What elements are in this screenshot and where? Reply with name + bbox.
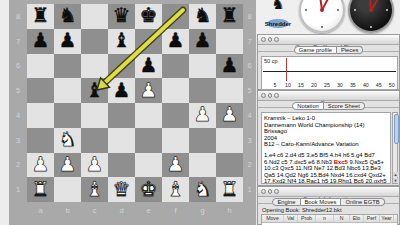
square-c4[interactable]: [81, 103, 108, 128]
column-header-perf[interactable]: Perf: [364, 215, 380, 222]
logo-text: Shredder: [265, 21, 291, 27]
white-pawn-piece[interactable]: ♟: [86, 154, 104, 174]
square-c5[interactable]: ♝: [81, 78, 108, 103]
white-queen-piece[interactable]: ♛: [113, 179, 131, 199]
x-tick-5: 5: [273, 82, 276, 88]
column-header-val[interactable]: Val: [284, 215, 298, 222]
square-c1[interactable]: ♝: [81, 177, 108, 202]
square-b6[interactable]: [54, 54, 81, 79]
white-pawn-piece[interactable]: ♟: [167, 154, 185, 174]
square-e5[interactable]: ♟: [135, 78, 162, 103]
x-tick-10: 10: [285, 82, 291, 88]
chart-x-ticks: 5101520253035404550: [262, 81, 397, 89]
square-d3[interactable]: [108, 128, 135, 153]
window-buttons[interactable]: [261, 93, 279, 98]
rank-label-4: 4: [243, 103, 256, 128]
black-rook-piece[interactable]: ♜: [221, 5, 239, 25]
square-h7[interactable]: [216, 29, 243, 54]
file-label-e: e: [135, 202, 162, 218]
square-d4[interactable]: [108, 103, 135, 128]
white-pawn-piece[interactable]: ♟: [59, 154, 77, 174]
chess-board-panel: 87654321 ♜♞♛♚♞♜♟♟♝♟♟♟♟♝♟♟♟♟♞♟♟♟♟♜♝♛♚♝♞♜ …: [9, 0, 256, 225]
knight-logo-icon: ♞: [260, 0, 296, 12]
file-label-f: f: [162, 202, 189, 218]
square-a1[interactable]: ♜: [27, 177, 54, 202]
black-knight-piece[interactable]: ♞: [194, 5, 212, 25]
x-tick-30: 30: [337, 82, 343, 88]
game-window-titlebar[interactable]: Game: [258, 91, 399, 101]
square-g7[interactable]: ♟: [189, 29, 216, 54]
square-f7[interactable]: ♟: [162, 29, 189, 54]
file-labels: abcdefgh: [27, 202, 243, 218]
square-a3[interactable]: [27, 128, 54, 153]
table-row: [262, 223, 397, 225]
black-queen-piece[interactable]: ♛: [113, 5, 131, 25]
white-knight-piece[interactable]: ♞: [194, 179, 212, 199]
rank-label-1: 1: [9, 177, 27, 202]
move-list[interactable]: 1.e4 c6 2.d4 d5 3.e5 Bf5 4.h4 h6 5.g4 Bd…: [264, 152, 388, 184]
scrollbar-thumb[interactable]: [394, 114, 400, 144]
square-c2[interactable]: ♟: [81, 153, 108, 178]
rank-label-6: 6: [9, 54, 27, 79]
square-f1[interactable]: ♝: [162, 177, 189, 202]
tab-pieces[interactable]: Pieces: [337, 46, 363, 54]
game-opening: B12 – Caro-Kann/Advance Variation: [264, 141, 388, 148]
close-button[interactable]: [261, 189, 266, 194]
column-header-elo[interactable]: Elo: [350, 215, 364, 222]
square-b2[interactable]: ♟: [54, 153, 81, 178]
rank-labels-left: 87654321: [9, 4, 27, 202]
square-b1[interactable]: [54, 177, 81, 202]
black-pawn-piece[interactable]: ♟: [113, 80, 131, 100]
square-d7[interactable]: ♝: [108, 29, 135, 54]
black-knight-piece[interactable]: ♞: [59, 5, 77, 25]
x-tick-50: 50: [389, 82, 395, 88]
square-f4[interactable]: [162, 103, 189, 128]
game-event: Dannemann World Championship (14): [264, 122, 388, 129]
square-b3[interactable]: ♞: [54, 128, 81, 153]
square-c8[interactable]: [81, 4, 108, 29]
chart-zero-axis: [263, 71, 396, 72]
tab-engine[interactable]: Engine: [272, 198, 300, 206]
white-bishop-piece[interactable]: ♝: [167, 179, 185, 199]
window-buttons[interactable]: [261, 37, 279, 42]
rank-label-6: 6: [243, 54, 256, 79]
current-move-highlight: Bxc5: [334, 159, 348, 165]
minimize-button[interactable]: [268, 93, 273, 98]
search-window-titlebar[interactable]: Search Information: [258, 187, 399, 197]
window-buttons[interactable]: [261, 189, 279, 194]
black-pawn-piece[interactable]: ♟: [140, 55, 158, 75]
square-d2[interactable]: [108, 153, 135, 178]
square-d8[interactable]: ♛: [108, 4, 135, 29]
file-label-d: d: [108, 202, 135, 218]
search-tabs: Engine Book Moves Online EGTB: [258, 197, 399, 207]
scroll-down-icon[interactable]: ▼: [393, 178, 398, 183]
zoom-button[interactable]: [274, 37, 279, 42]
black-pawn-piece[interactable]: ♟: [32, 30, 50, 50]
rank-label-4: 4: [9, 103, 27, 128]
square-b5[interactable]: [54, 78, 81, 103]
square-e3[interactable]: [135, 128, 162, 153]
square-a2[interactable]: ♟: [27, 153, 54, 178]
profile-tabs: Game profile Pieces: [258, 45, 399, 55]
square-f2[interactable]: ♟: [162, 153, 189, 178]
white-knight-piece[interactable]: ♞: [59, 129, 77, 149]
tab-online-egtb[interactable]: Online EGTB: [341, 198, 384, 206]
white-rook-piece[interactable]: ♜: [221, 179, 239, 199]
shredder-app-window: 87654321 ♜♞♛♚♞♜♟♟♝♟♟♟♟♝♟♟♟♟♞♟♟♟♟♜♝♛♚♝♞♜ …: [0, 0, 400, 225]
square-e8[interactable]: ♚: [135, 4, 162, 29]
square-h6[interactable]: ♟: [216, 54, 243, 79]
column-header-n[interactable]: n: [316, 215, 334, 222]
square-d5[interactable]: ♟: [108, 78, 135, 103]
square-e1[interactable]: ♚: [135, 177, 162, 202]
square-c3[interactable]: [81, 128, 108, 153]
game-tabs: Notation Score Sheet: [258, 101, 399, 111]
column-header-prob[interactable]: Prob: [298, 215, 316, 222]
minimize-button[interactable]: [268, 37, 273, 42]
square-f8[interactable]: [162, 4, 189, 29]
game-players-result: Kramnik – Leko 1-0: [264, 115, 388, 122]
square-g2[interactable]: [189, 153, 216, 178]
rank-label-2: 2: [243, 153, 256, 178]
square-h1[interactable]: ♜: [216, 177, 243, 202]
black-rook-piece[interactable]: ♜: [32, 5, 50, 25]
square-c6[interactable]: [81, 54, 108, 79]
rank-label-1: 1: [243, 177, 256, 202]
square-f5[interactable]: [162, 78, 189, 103]
file-label-g: g: [189, 202, 216, 218]
rank-label-5: 5: [9, 78, 27, 103]
square-a8[interactable]: ♜: [27, 4, 54, 29]
square-e7[interactable]: [135, 29, 162, 54]
square-b8[interactable]: ♞: [54, 4, 81, 29]
square-c7[interactable]: [81, 29, 108, 54]
square-a4[interactable]: [27, 103, 54, 128]
tab-book-moves[interactable]: Book Moves: [301, 198, 342, 206]
right-panel: ♞ Shredder: [256, 0, 400, 225]
square-d6[interactable]: [108, 54, 135, 79]
notation-pane[interactable]: Kramnik – Leko 1-0 Dannemann World Champ…: [261, 112, 391, 184]
square-e2[interactable]: [135, 153, 162, 178]
x-tick-45: 45: [376, 82, 382, 88]
notation-scrollbar[interactable]: ▲ ▼: [392, 112, 398, 184]
column-header-n[interactable]: N: [334, 215, 350, 222]
chart-unit-label: 50 cp: [264, 58, 277, 64]
file-label-c: c: [81, 202, 108, 218]
black-chess-clock: [348, 0, 394, 33]
square-f6[interactable]: [162, 54, 189, 79]
square-h5[interactable]: [216, 78, 243, 103]
square-h3[interactable]: [216, 128, 243, 153]
square-h2[interactable]: [216, 153, 243, 178]
white-rook-piece[interactable]: ♜: [32, 179, 50, 199]
game-year: 2004: [264, 135, 388, 142]
rank-label-3: 3: [9, 128, 27, 153]
rank-label-5: 5: [243, 78, 256, 103]
rank-label-8: 8: [9, 4, 27, 29]
close-button[interactable]: [261, 37, 266, 42]
black-king-piece[interactable]: ♚: [140, 5, 158, 25]
black-pawn-piece[interactable]: ♟: [167, 30, 185, 50]
tab-notation[interactable]: Notation: [292, 102, 324, 110]
profile-window-titlebar[interactable]: Game Profile and Pieces: [258, 35, 399, 45]
white-pawn-piece[interactable]: ♟: [32, 154, 50, 174]
minimize-button[interactable]: [268, 189, 273, 194]
game-site: Brissago: [264, 128, 388, 135]
game-profile-chart: 50 cp 5101520253035404550: [261, 56, 398, 90]
game-window: Game Notation Score Sheet Kramnik – Leko…: [257, 90, 400, 186]
square-e4[interactable]: [135, 103, 162, 128]
square-a5[interactable]: [27, 78, 54, 103]
square-g1[interactable]: ♞: [189, 177, 216, 202]
rank-label-7: 7: [9, 29, 27, 54]
rank-label-2: 2: [9, 153, 27, 178]
square-b7[interactable]: ♟: [54, 29, 81, 54]
black-pawn-piece[interactable]: ♟: [59, 30, 77, 50]
game-profile-window: Game Profile and Pieces Game profile Pie…: [257, 34, 400, 90]
square-h4[interactable]: ♟: [216, 103, 243, 128]
white-king-piece[interactable]: ♚: [140, 179, 158, 199]
black-bishop-piece[interactable]: ♝: [113, 30, 131, 50]
black-bishop-piece[interactable]: ♝: [86, 80, 104, 100]
file-label-a: a: [27, 202, 54, 218]
square-g3[interactable]: [189, 128, 216, 153]
square-d1[interactable]: ♛: [108, 177, 135, 202]
square-g8[interactable]: ♞: [189, 4, 216, 29]
square-f3[interactable]: [162, 128, 189, 153]
top-strip: ♞ Shredder: [256, 0, 400, 34]
shredder-logo: ♞ Shredder: [260, 0, 296, 30]
square-a7[interactable]: ♟: [27, 29, 54, 54]
square-g6[interactable]: [189, 54, 216, 79]
x-tick-40: 40: [363, 82, 369, 88]
opening-book-label: Opening Book: Shredder12.bkt: [262, 207, 342, 213]
square-a6[interactable]: [27, 54, 54, 79]
search-info-window: Search Information Engine Book Moves Onl…: [257, 186, 400, 225]
white-pawn-piece[interactable]: ♟: [194, 104, 212, 124]
rank-label-3: 3: [243, 128, 256, 153]
x-tick-20: 20: [311, 82, 317, 88]
x-tick-15: 15: [298, 82, 304, 88]
current-move-marker: [286, 58, 287, 81]
tab-game-profile[interactable]: Game profile: [294, 46, 337, 54]
white-bishop-piece[interactable]: ♝: [86, 179, 104, 199]
rank-labels-right: 87654321: [243, 4, 256, 202]
scroll-up-icon[interactable]: ▲: [393, 172, 398, 177]
zoom-button[interactable]: [274, 189, 279, 194]
square-b4[interactable]: [54, 103, 81, 128]
book-moves-table[interactable]: MoveValProbnNEloPerfYear: [261, 214, 398, 225]
column-header-move[interactable]: Move: [262, 215, 284, 222]
chess-board[interactable]: ♜♞♛♚♞♜♟♟♝♟♟♟♟♝♟♟♟♟♞♟♟♟♟♜♝♛♚♝♞♜: [27, 4, 243, 202]
file-label-h: h: [216, 202, 243, 218]
close-button[interactable]: [261, 93, 266, 98]
black-pawn-piece[interactable]: ♟: [194, 30, 212, 50]
x-tick-35: 35: [350, 82, 356, 88]
book-table-header: MoveValProbnNEloPerfYear: [262, 215, 397, 223]
square-g4[interactable]: ♟: [189, 103, 216, 128]
rank-label-7: 7: [243, 29, 256, 54]
square-e6[interactable]: ♟: [135, 54, 162, 79]
white-pawn-piece[interactable]: ♟: [221, 104, 239, 124]
file-label-b: b: [54, 202, 81, 218]
white-pawn-piece[interactable]: ♟: [140, 80, 158, 100]
tab-score-sheet[interactable]: Score Sheet: [324, 102, 365, 110]
square-g5[interactable]: [189, 78, 216, 103]
rank-label-8: 8: [243, 4, 256, 29]
black-pawn-piece[interactable]: ♟: [221, 55, 239, 75]
square-h8[interactable]: ♜: [216, 4, 243, 29]
zoom-button[interactable]: [274, 93, 279, 98]
column-header-year[interactable]: Year: [380, 215, 394, 222]
x-tick-25: 25: [324, 82, 330, 88]
white-chess-clock: [299, 0, 345, 33]
